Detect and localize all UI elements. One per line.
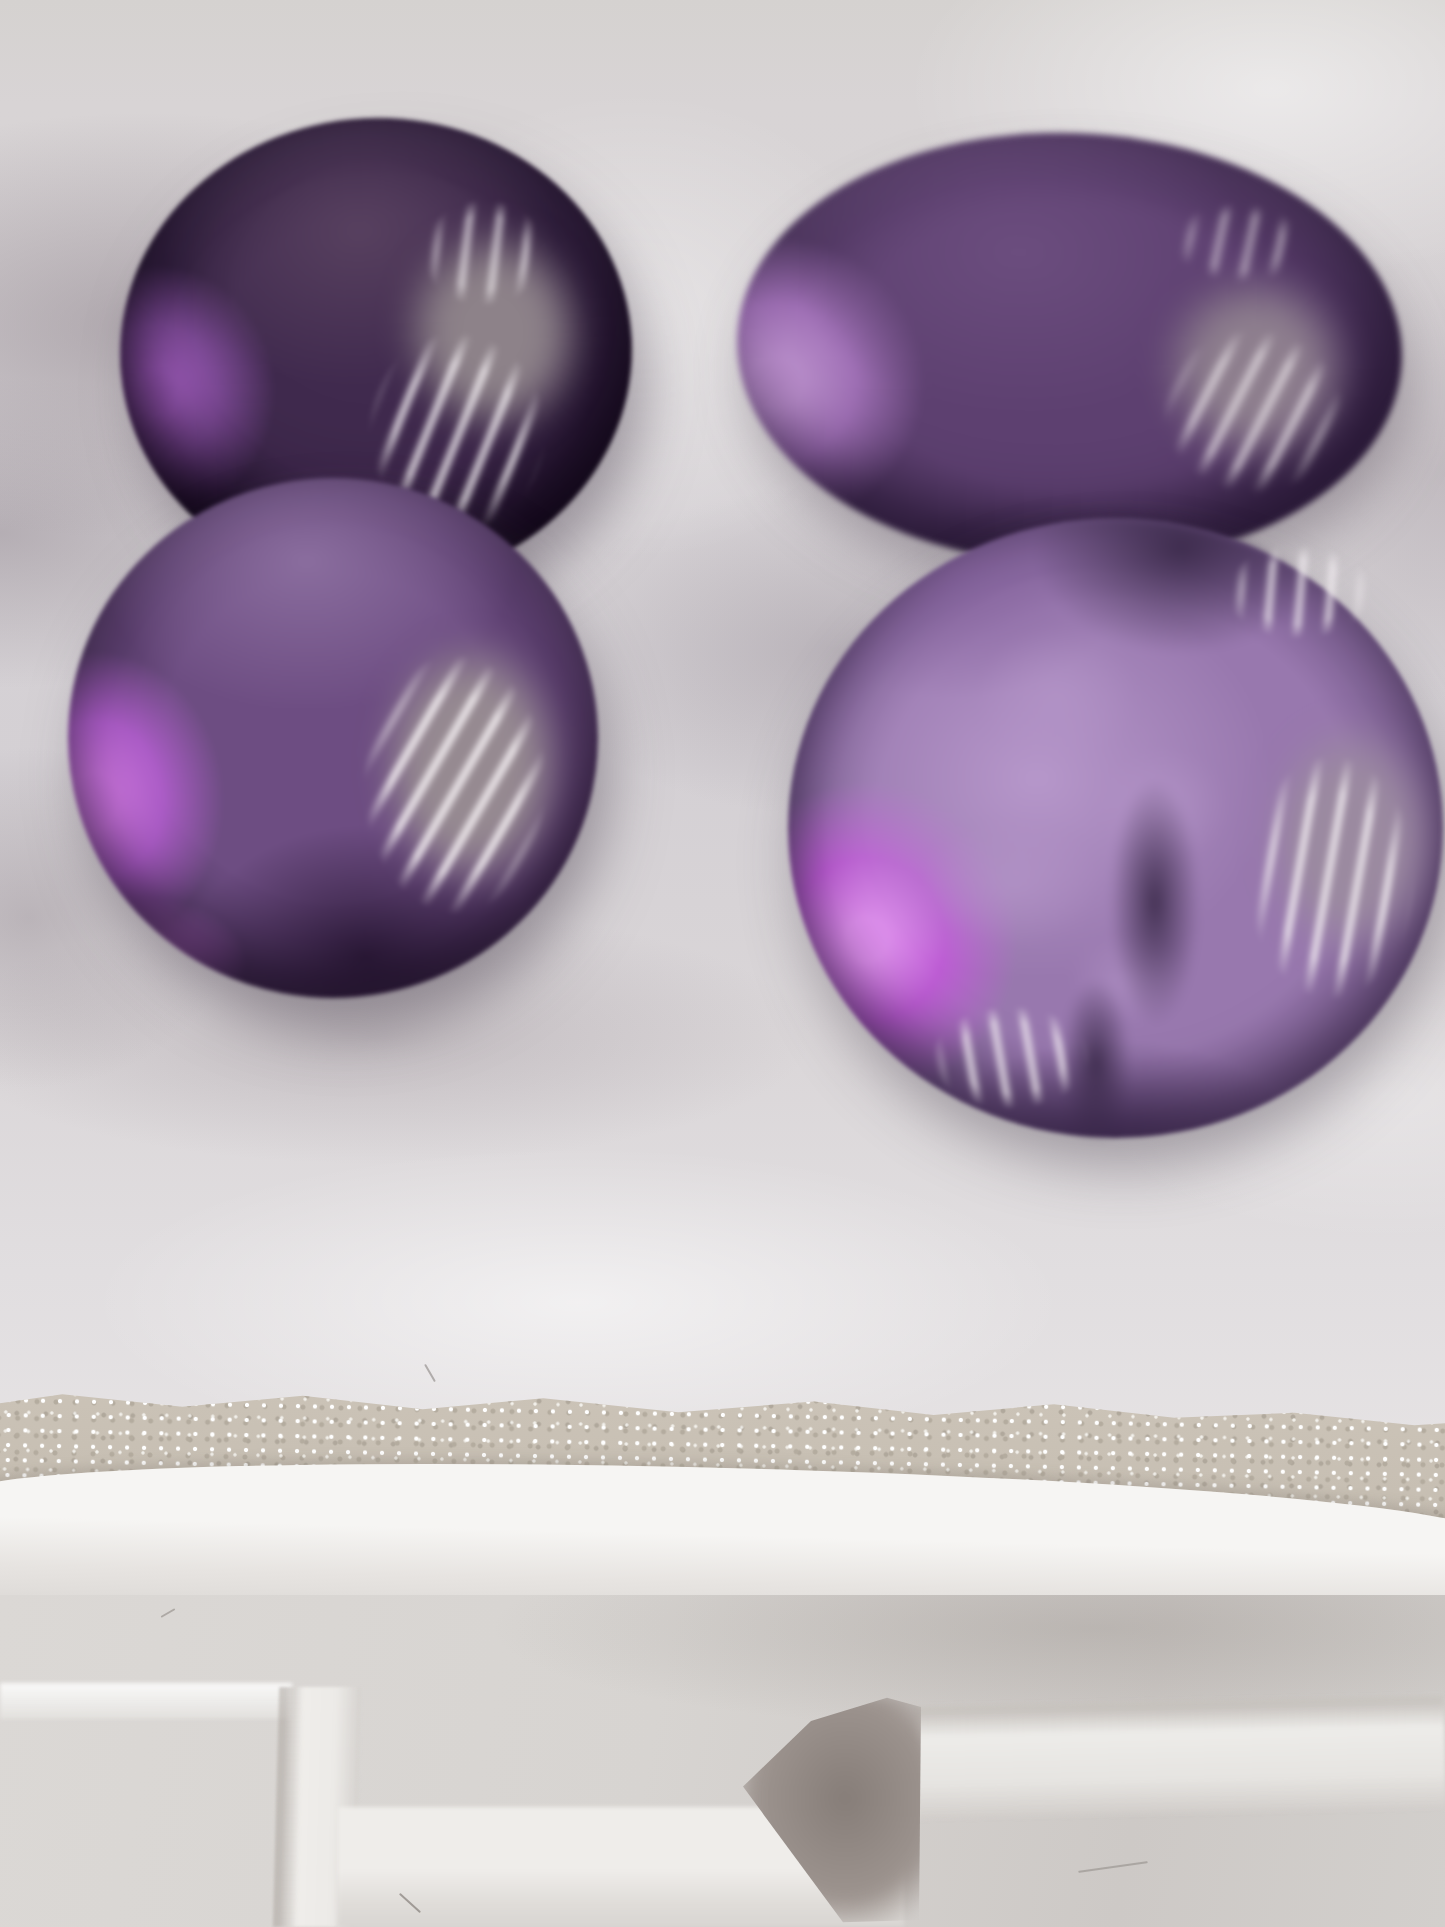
plastic-box-body [0,1595,1445,1927]
stone-highlight-streaks [906,989,1116,1125]
stone-highlight-streaks [333,613,577,956]
stone-highlight-streaks [1220,716,1443,1038]
gem-photo [0,0,1445,1927]
box-ledge-left [0,1683,292,1719]
amethyst-cabochon-bottom-left [68,478,598,998]
box-ledge-right [914,1695,1445,1818]
stone-highlight-streaks [1201,530,1398,654]
amethyst-cabochon-bottom-right [788,518,1443,1138]
